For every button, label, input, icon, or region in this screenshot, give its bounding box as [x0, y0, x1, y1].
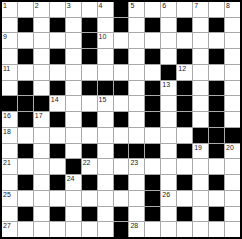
black-square-r8c14: [225, 128, 240, 143]
crossword-cell-r5c10[interactable]: 13: [161, 81, 176, 96]
crossword-cell-r13c8[interactable]: [129, 207, 144, 222]
black-square-r8c12: [193, 128, 208, 143]
crossword-cell-r11c2[interactable]: [34, 175, 49, 190]
black-square-r3c13: [209, 49, 224, 64]
crossword-cell-r9c12[interactable]: 19: [193, 144, 208, 159]
crossword-cell-r4c12[interactable]: [193, 65, 208, 80]
crossword-cell-r5c0[interactable]: [2, 81, 17, 96]
crossword-cell-r1c10[interactable]: [161, 18, 176, 33]
crossword-cell-r6c8[interactable]: [129, 96, 144, 111]
black-square-r6c0: [2, 96, 17, 111]
crossword-cell-r14c0[interactable]: 27: [2, 222, 17, 237]
crossword-cell-r14c2[interactable]: [34, 222, 49, 237]
crossword-cell-r10c14[interactable]: [225, 159, 240, 174]
crossword-cell-r5c14[interactable]: [225, 81, 240, 96]
crossword-cell-r8c5[interactable]: [82, 128, 97, 143]
crossword-cell-r4c11[interactable]: 12: [177, 65, 192, 80]
crossword-cell-r7c10[interactable]: [161, 112, 176, 127]
crossword-cell-r14c10[interactable]: [161, 222, 176, 237]
clue-number-10: 10: [99, 33, 107, 41]
black-square-r1c3: [50, 18, 65, 33]
black-square-r6c13: [209, 96, 224, 111]
black-square-r9c8: [129, 144, 144, 159]
crossword-cell-r12c6[interactable]: [98, 191, 113, 206]
crossword-cell-r5c2[interactable]: [34, 81, 49, 96]
crossword-cell-r3c4[interactable]: [66, 49, 81, 64]
crossword-cell-r10c10[interactable]: [161, 159, 176, 174]
crossword-cell-r10c9[interactable]: [145, 159, 160, 174]
black-square-r10c4: [66, 159, 81, 174]
crossword-cell-r10c7[interactable]: [114, 159, 129, 174]
crossword-cell-r0c9[interactable]: [145, 2, 160, 17]
clue-number-13: 13: [162, 81, 170, 89]
crossword-cell-r4c7[interactable]: [114, 65, 129, 80]
crossword-cell-r9c14[interactable]: 20: [225, 144, 240, 159]
crossword-cell-r2c11[interactable]: [177, 33, 192, 48]
crossword-cell-r4c8[interactable]: [129, 65, 144, 80]
crossword-cell-r6c12[interactable]: [193, 96, 208, 111]
crossword-cell-r13c6[interactable]: [98, 207, 113, 222]
black-square-r7c11: [177, 112, 192, 127]
black-square-r9c13: [209, 144, 224, 159]
crossword-cell-r7c8[interactable]: [129, 112, 144, 127]
crossword-cell-r12c10[interactable]: 26: [161, 191, 176, 206]
crossword-cell-r12c4[interactable]: [66, 191, 81, 206]
crossword-cell-r10c12[interactable]: [193, 159, 208, 174]
crossword-cell-r14c4[interactable]: [66, 222, 81, 237]
crossword-cell-r2c8[interactable]: [129, 33, 144, 48]
crossword-cell-r14c1[interactable]: [18, 222, 33, 237]
crossword-cell-r14c9[interactable]: [145, 222, 160, 237]
black-square-r7c7: [114, 112, 129, 127]
crossword-cell-r10c8[interactable]: 23: [129, 159, 144, 174]
black-square-r5c5: [82, 81, 97, 96]
crossword-cell-r4c1[interactable]: [18, 65, 33, 80]
crossword-cell-r12c8[interactable]: [129, 191, 144, 206]
black-square-r9c11: [177, 144, 192, 159]
crossword-cell-r8c7[interactable]: [114, 128, 129, 143]
crossword-cell-r10c6[interactable]: [98, 159, 113, 174]
crossword-cell-r0c2[interactable]: 2: [34, 2, 49, 17]
crossword-cell-r7c0[interactable]: 16: [2, 112, 17, 127]
crossword-cell-r0c1[interactable]: [18, 2, 33, 17]
black-square-r11c13: [209, 175, 224, 190]
clue-number-14: 14: [51, 96, 59, 104]
crossword-cell-r6c6[interactable]: 15: [98, 96, 113, 111]
crossword-cell-r11c0[interactable]: [2, 175, 17, 190]
crossword-cell-r9c4[interactable]: [66, 144, 81, 159]
black-square-r6c11: [177, 96, 192, 111]
crossword-cell-r2c10[interactable]: [161, 33, 176, 48]
crossword-page: 1234567891011121314151617181920212223242…: [0, 0, 242, 239]
black-square-r4c10: [161, 65, 176, 80]
crossword-cell-r14c12[interactable]: [193, 222, 208, 237]
crossword-cell-r3c12[interactable]: [193, 49, 208, 64]
crossword-cell-r1c12[interactable]: [193, 18, 208, 33]
black-square-r6c1: [18, 96, 33, 111]
crossword-cell-r7c4[interactable]: [66, 112, 81, 127]
black-square-r7c5: [82, 112, 97, 127]
crossword-cell-r12c13[interactable]: [209, 191, 224, 206]
black-square-r13c9: [145, 207, 160, 222]
clue-number-5: 5: [130, 2, 134, 10]
crossword-cell-r12c14[interactable]: [225, 191, 240, 206]
clue-number-7: 7: [194, 2, 198, 10]
black-square-r9c3: [50, 144, 65, 159]
black-square-r7c13: [209, 112, 224, 127]
crossword-cell-r3c8[interactable]: [129, 49, 144, 64]
crossword-cell-r8c2[interactable]: [34, 128, 49, 143]
crossword-cell-r3c10[interactable]: [161, 49, 176, 64]
clue-number-4: 4: [99, 2, 103, 10]
crossword-cell-r1c8[interactable]: [129, 18, 144, 33]
black-square-r7c1: [18, 112, 33, 127]
black-square-r1c1: [18, 18, 33, 33]
crossword-cell-r4c14[interactable]: [225, 65, 240, 80]
black-square-r5c1: [18, 81, 33, 96]
crossword-cell-r8c3[interactable]: [50, 128, 65, 143]
black-square-r3c9: [145, 49, 160, 64]
clue-number-20: 20: [226, 144, 234, 152]
clue-number-22: 22: [83, 159, 91, 167]
crossword-cell-r10c2[interactable]: [34, 159, 49, 174]
crossword-cell-r14c6[interactable]: [98, 222, 113, 237]
crossword-cell-r14c13[interactable]: [209, 222, 224, 237]
crossword-cell-r14c8[interactable]: 28: [129, 222, 144, 237]
black-square-r5c6: [98, 81, 113, 96]
black-square-r1c5: [82, 18, 97, 33]
crossword-cell-r0c5[interactable]: [82, 2, 97, 17]
black-square-r1c7: [114, 18, 129, 33]
crossword-cell-r13c0[interactable]: [2, 207, 17, 222]
crossword-cell-r10c1[interactable]: [18, 159, 33, 174]
crossword-cell-r11c10[interactable]: [161, 175, 176, 190]
clue-number-28: 28: [130, 222, 138, 230]
crossword-cell-r8c4[interactable]: [66, 128, 81, 143]
clue-number-21: 21: [3, 159, 11, 167]
crossword-cell-r11c6[interactable]: [98, 175, 113, 190]
crossword-cell-r13c2[interactable]: [34, 207, 49, 222]
crossword-cell-r0c0[interactable]: 1: [2, 2, 17, 17]
crossword-cell-r1c14[interactable]: [225, 18, 240, 33]
clue-number-3: 3: [67, 2, 71, 10]
black-square-r3c1: [18, 49, 33, 64]
crossword-cell-r3c0[interactable]: [2, 49, 17, 64]
crossword-cell-r13c14[interactable]: [225, 207, 240, 222]
crossword-cell-r7c6[interactable]: [98, 112, 113, 127]
crossword-cell-r1c2[interactable]: [34, 18, 49, 33]
crossword-cell-r12c12[interactable]: [193, 191, 208, 206]
clue-number-16: 16: [3, 112, 11, 120]
black-square-r3c3: [50, 49, 65, 64]
crossword-cell-r12c2[interactable]: [34, 191, 49, 206]
clue-number-15: 15: [99, 96, 107, 104]
black-square-r11c9: [145, 175, 160, 190]
clue-number-6: 6: [162, 2, 166, 10]
crossword-cell-r1c0[interactable]: [2, 18, 17, 33]
black-square-r13c3: [50, 207, 65, 222]
crossword-cell-r10c11[interactable]: [177, 159, 192, 174]
crossword-cell-r13c12[interactable]: [193, 207, 208, 222]
crossword-cell-r14c3[interactable]: [50, 222, 65, 237]
black-square-r9c1: [18, 144, 33, 159]
crossword-cell-r11c14[interactable]: [225, 175, 240, 190]
crossword-cell-r2c3[interactable]: [50, 33, 65, 48]
crossword-cell-r9c10[interactable]: [161, 144, 176, 159]
crossword-cell-r2c0[interactable]: 9: [2, 33, 17, 48]
black-square-r7c3: [50, 112, 65, 127]
black-square-r5c7: [114, 81, 129, 96]
crossword-cell-r9c6[interactable]: [98, 144, 113, 159]
clue-number-11: 11: [3, 65, 10, 73]
crossword-cell-r12c7[interactable]: [114, 191, 129, 206]
black-square-r6c9: [145, 96, 160, 111]
crossword-cell-r14c5[interactable]: [82, 222, 97, 237]
black-square-r2c5: [82, 33, 97, 48]
crossword-cell-r6c5[interactable]: [82, 96, 97, 111]
crossword-cell-r4c13[interactable]: [209, 65, 224, 80]
clue-number-26: 26: [162, 191, 170, 199]
crossword-cell-r2c7[interactable]: [114, 33, 129, 48]
black-square-r13c1: [18, 207, 33, 222]
black-square-r1c11: [177, 18, 192, 33]
black-square-r5c11: [177, 81, 192, 96]
crossword-cell-r4c0[interactable]: 11: [2, 65, 17, 80]
crossword-cell-r12c5[interactable]: [82, 191, 97, 206]
crossword-cell-r3c2[interactable]: [34, 49, 49, 64]
crossword-cell-r2c6[interactable]: 10: [98, 33, 113, 48]
black-square-r14c7: [114, 222, 129, 237]
crossword-cell-r12c1[interactable]: [18, 191, 33, 206]
black-square-r3c7: [114, 49, 129, 64]
crossword-cell-r1c4[interactable]: [66, 18, 81, 33]
crossword-cell-r10c3[interactable]: [50, 159, 65, 174]
black-square-r0c7: [114, 2, 129, 17]
crossword-cell-r8c8[interactable]: [129, 128, 144, 143]
crossword-cell-r0c13[interactable]: [209, 2, 224, 17]
clue-number-12: 12: [178, 65, 186, 73]
crossword-cell-r4c9[interactable]: [145, 65, 160, 80]
crossword-cell-r6c3[interactable]: 14: [50, 96, 65, 111]
black-square-r13c11: [177, 207, 192, 222]
crossword-cell-r0c4[interactable]: 3: [66, 2, 81, 17]
crossword-cell-r2c14[interactable]: [225, 33, 240, 48]
crossword-cell-r7c2[interactable]: 17: [34, 112, 49, 127]
crossword-cell-r4c3[interactable]: [50, 65, 65, 80]
clue-number-24: 24: [67, 175, 75, 183]
black-square-r11c5: [82, 175, 97, 190]
black-square-r5c9: [145, 81, 160, 96]
crossword-cell-r11c8[interactable]: [129, 175, 144, 190]
crossword-cell-r0c12[interactable]: 7: [193, 2, 208, 17]
crossword-cell-r2c2[interactable]: [34, 33, 49, 48]
crossword-cell-r14c11[interactable]: [177, 222, 192, 237]
crossword-cell-r14c14[interactable]: [225, 222, 240, 237]
crossword-cell-r10c13[interactable]: [209, 159, 224, 174]
clue-number-19: 19: [194, 144, 202, 152]
black-square-r3c11: [177, 49, 192, 64]
clue-number-18: 18: [3, 128, 11, 136]
crossword-cell-r0c3[interactable]: [50, 2, 65, 17]
crossword-cell-r12c11[interactable]: [177, 191, 192, 206]
clue-number-2: 2: [35, 2, 39, 10]
crossword-cell-r2c1[interactable]: [18, 33, 33, 48]
black-square-r7c9: [145, 112, 160, 127]
clue-number-17: 17: [35, 112, 43, 120]
crossword-cell-r12c0[interactable]: 25: [2, 191, 17, 206]
crossword-cell-r2c12[interactable]: [193, 33, 208, 48]
crossword-cell-r0c10[interactable]: 6: [161, 2, 176, 17]
crossword-cell-r6c7[interactable]: [114, 96, 129, 111]
crossword-cell-r3c14[interactable]: [225, 49, 240, 64]
black-square-r9c5: [82, 144, 97, 159]
clue-number-23: 23: [130, 159, 138, 167]
black-square-r1c13: [209, 18, 224, 33]
crossword-cell-r11c12[interactable]: [193, 175, 208, 190]
crossword-cell-r3c6[interactable]: [98, 49, 113, 64]
crossword-cell-r10c5[interactable]: 22: [82, 159, 97, 174]
black-square-r13c7: [114, 207, 129, 222]
crossword-cell-r5c4[interactable]: [66, 81, 81, 96]
clue-number-25: 25: [3, 191, 11, 199]
crossword-cell-r5c8[interactable]: [129, 81, 144, 96]
crossword-cell-r4c2[interactable]: [34, 65, 49, 80]
crossword-cell-r13c4[interactable]: [66, 207, 81, 222]
black-square-r8c13: [209, 128, 224, 143]
black-square-r13c5: [82, 207, 97, 222]
black-square-r13c13: [209, 207, 224, 222]
crossword-cell-r7c12[interactable]: [193, 112, 208, 127]
crossword-cell-r0c14[interactable]: 8: [225, 2, 240, 17]
crossword-cell-r4c5[interactable]: [82, 65, 97, 80]
black-square-r11c1: [18, 175, 33, 190]
crossword-cell-r7c14[interactable]: [225, 112, 240, 127]
crossword-cell-r9c2[interactable]: [34, 144, 49, 159]
crossword-cell-r4c4[interactable]: [66, 65, 81, 80]
crossword-cell-r12c3[interactable]: [50, 191, 65, 206]
black-square-r1c9: [145, 18, 160, 33]
crossword-grid: 1234567891011121314151617181920212223242…: [0, 0, 242, 239]
clue-number-8: 8: [226, 2, 230, 10]
clue-number-27: 27: [3, 222, 11, 230]
crossword-cell-r8c11[interactable]: [177, 128, 192, 143]
black-square-r6c2: [34, 96, 49, 111]
black-square-r11c7: [114, 175, 129, 190]
crossword-cell-r10c0[interactable]: 21: [2, 159, 17, 174]
crossword-cell-r0c6[interactable]: 4: [98, 2, 113, 17]
black-square-r5c3: [50, 81, 65, 96]
crossword-cell-r13c10[interactable]: [161, 207, 176, 222]
crossword-cell-r6c14[interactable]: [225, 96, 240, 111]
crossword-cell-r8c9[interactable]: [145, 128, 160, 143]
clue-number-1: 1: [3, 2, 7, 10]
crossword-cell-r8c0[interactable]: 18: [2, 128, 17, 143]
crossword-cell-r2c9[interactable]: [145, 33, 160, 48]
crossword-cell-r2c4[interactable]: [66, 33, 81, 48]
black-square-r9c7: [114, 144, 129, 159]
crossword-cell-r11c4[interactable]: 24: [66, 175, 81, 190]
crossword-cell-r8c6[interactable]: [98, 128, 113, 143]
crossword-cell-r4c6[interactable]: [98, 65, 113, 80]
black-square-r12c9: [145, 191, 160, 206]
crossword-cell-r2c13[interactable]: [209, 33, 224, 48]
black-square-r11c3: [50, 175, 65, 190]
crossword-cell-r5c12[interactable]: [193, 81, 208, 96]
crossword-cell-r6c10[interactable]: [161, 96, 176, 111]
crossword-cell-r8c1[interactable]: [18, 128, 33, 143]
black-square-r5c13: [209, 81, 224, 96]
crossword-cell-r0c8[interactable]: 5: [129, 2, 144, 17]
crossword-cell-r0c11[interactable]: [177, 2, 192, 17]
black-square-r11c11: [177, 175, 192, 190]
clue-number-9: 9: [3, 33, 7, 41]
crossword-cell-r1c6[interactable]: [98, 18, 113, 33]
black-square-r3c5: [82, 49, 97, 64]
crossword-cell-r6c4[interactable]: [66, 96, 81, 111]
black-square-r9c9: [145, 144, 160, 159]
crossword-cell-r8c10[interactable]: [161, 128, 176, 143]
crossword-cell-r9c0[interactable]: [2, 144, 17, 159]
